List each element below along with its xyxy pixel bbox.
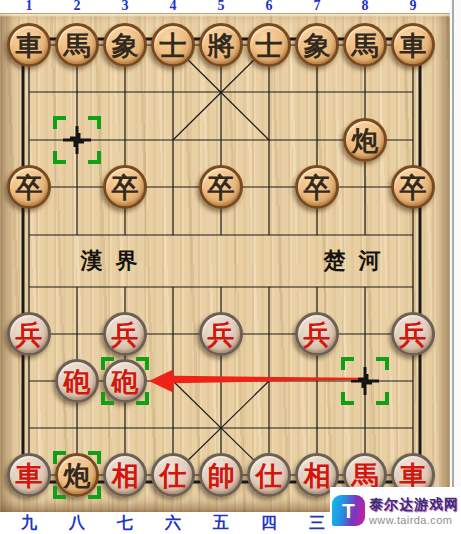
piece-black-elephant[interactable]: 象	[103, 23, 147, 67]
file-label-bottom-3: 七	[117, 513, 133, 533]
file-label-bottom-5: 五	[213, 513, 229, 533]
file-label-bottom-4: 六	[165, 513, 181, 533]
piece-black-chariot[interactable]: 車	[7, 23, 51, 67]
file-label-bottom-1: 九	[21, 513, 37, 533]
site-url: www.tairda.com	[369, 514, 459, 526]
piece-black-soldier[interactable]: 卒	[295, 165, 339, 209]
file-label-top-4: 4	[170, 0, 177, 13]
river-label-right: 楚河	[311, 247, 394, 275]
piece-black-elephant[interactable]: 象	[295, 23, 339, 67]
piece-black-soldier[interactable]: 卒	[103, 165, 147, 209]
file-label-bottom-2: 八	[69, 513, 85, 533]
xiangqi-app: 漢界 楚河 123456789 九八七六五四三二一 車馬象士將士象馬車炮卒卒卒卒…	[0, 0, 461, 534]
piece-red-chariot[interactable]: 車	[7, 453, 51, 497]
piece-black-advisor[interactable]: 士	[151, 23, 195, 67]
piece-red-cannon[interactable]: 砲	[55, 359, 99, 403]
site-name: 泰尔达游戏网	[369, 496, 459, 514]
piece-red-soldier[interactable]: 兵	[199, 312, 243, 356]
piece-black-cannon[interactable]: 炮	[343, 118, 387, 162]
file-label-top-8: 8	[362, 0, 369, 13]
file-label-top-3: 3	[122, 0, 129, 13]
site-logo-icon: T	[332, 495, 365, 526]
site-watermark: T 泰尔达游戏网 www.tairda.com	[330, 487, 461, 534]
file-label-bottom-7: 三	[309, 513, 325, 533]
file-label-top-9: 9	[410, 0, 417, 13]
panel-border-line	[452, 0, 454, 534]
piece-red-soldier[interactable]: 兵	[103, 312, 147, 356]
piece-red-advisor[interactable]: 仕	[151, 453, 195, 497]
piece-red-advisor[interactable]: 仕	[247, 453, 291, 497]
file-label-top-2: 2	[74, 0, 81, 13]
piece-black-general[interactable]: 將	[199, 23, 243, 67]
file-label-top-7: 7	[314, 0, 321, 13]
piece-red-soldier[interactable]: 兵	[7, 312, 51, 356]
piece-black-horse[interactable]: 馬	[343, 23, 387, 67]
piece-red-elephant[interactable]: 相	[103, 453, 147, 497]
file-label-top-6: 6	[266, 0, 273, 13]
piece-black-soldier[interactable]: 卒	[7, 165, 51, 209]
right-panel-edge	[450, 0, 461, 534]
piece-red-soldier[interactable]: 兵	[295, 312, 339, 356]
piece-red-general[interactable]: 帥	[199, 453, 243, 497]
file-label-bottom-6: 四	[261, 513, 277, 533]
piece-red-soldier[interactable]: 兵	[391, 312, 435, 356]
piece-black-chariot[interactable]: 車	[391, 23, 435, 67]
piece-black-soldier[interactable]: 卒	[199, 165, 243, 209]
river-label-left: 漢界	[68, 247, 151, 275]
file-label-top-5: 5	[218, 0, 225, 13]
piece-black-soldier[interactable]: 卒	[391, 165, 435, 209]
piece-red-cannon[interactable]: 砲	[103, 359, 147, 403]
file-label-top-1: 1	[26, 0, 33, 13]
piece-black-cannon[interactable]: 炮	[55, 453, 99, 497]
piece-black-horse[interactable]: 馬	[55, 23, 99, 67]
piece-black-advisor[interactable]: 士	[247, 23, 291, 67]
